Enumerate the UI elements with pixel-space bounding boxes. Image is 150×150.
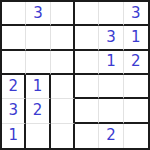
- cell-r1c4[interactable]: [75, 2, 99, 26]
- cell-r2c2[interactable]: [26, 26, 50, 50]
- cell-r4c2: 1: [26, 75, 50, 99]
- cell-r5c5[interactable]: [99, 99, 123, 123]
- cell-r3c2[interactable]: [26, 51, 50, 75]
- cell-r4c3[interactable]: [51, 75, 75, 99]
- cell-r6c4[interactable]: [75, 124, 99, 148]
- cell-r1c1[interactable]: [2, 2, 26, 26]
- cell-r3c3[interactable]: [51, 51, 75, 75]
- cell-r2c4[interactable]: [75, 26, 99, 50]
- cell-r4c4[interactable]: [75, 75, 99, 99]
- cell-r4c1: 2: [2, 75, 26, 99]
- cell-r3c6: 2: [124, 51, 148, 75]
- cell-r1c2: 3: [26, 2, 50, 26]
- cell-r3c4[interactable]: [75, 51, 99, 75]
- cell-r2c1[interactable]: [2, 26, 26, 50]
- cell-r2c6: 1: [124, 26, 148, 50]
- cell-r3c5: 1: [99, 51, 123, 75]
- cell-r4c6[interactable]: [124, 75, 148, 99]
- cell-r5c4[interactable]: [75, 99, 99, 123]
- cell-r1c3[interactable]: [51, 2, 75, 26]
- cell-r5c6[interactable]: [124, 99, 148, 123]
- cell-r5c1: 3: [2, 99, 26, 123]
- cell-r4c5[interactable]: [99, 75, 123, 99]
- cell-r6c5: 2: [99, 124, 123, 148]
- cell-r6c1: 1: [2, 124, 26, 148]
- puzzle-board: 3 3 3 1 1 2 2 1 3 2 1 2: [0, 0, 150, 150]
- cell-r6c6[interactable]: [124, 124, 148, 148]
- cell-r2c5: 3: [99, 26, 123, 50]
- cell-r6c3[interactable]: [51, 124, 75, 148]
- cell-r5c3[interactable]: [51, 99, 75, 123]
- cell-r6c2[interactable]: [26, 124, 50, 148]
- cell-r1c5[interactable]: [99, 2, 123, 26]
- cell-r3c1[interactable]: [2, 51, 26, 75]
- cell-r1c6: 3: [124, 2, 148, 26]
- cell-r5c2: 2: [26, 99, 50, 123]
- cell-r2c3[interactable]: [51, 26, 75, 50]
